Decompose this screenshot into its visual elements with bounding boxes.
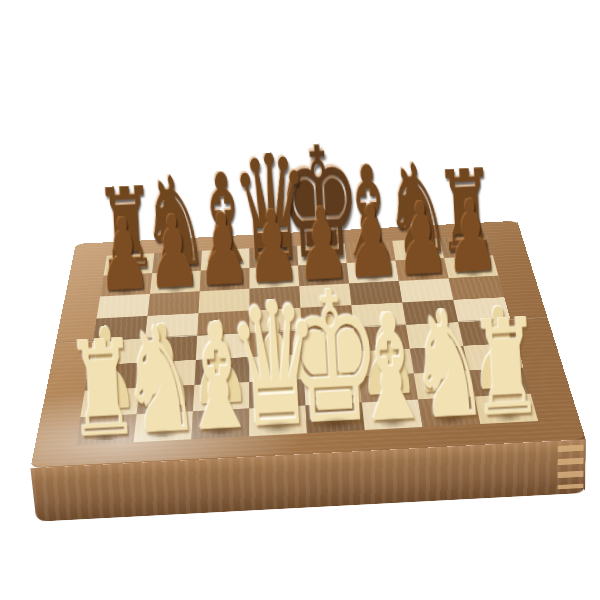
- square-g1: ♞: [418, 397, 480, 427]
- square-b7: ♟: [150, 271, 201, 294]
- dovetail-joint: [558, 445, 584, 490]
- perspective-stage: ♜♞♝♛♚♝♞♜♟♟♟♟♟♟♟♟♟♟♟♟♟♟♟♟♜♞♝♛♚♝♞♜: [0, 0, 600, 600]
- black-pawn-h7: ♟: [442, 196, 499, 276]
- square-a1: ♜: [76, 414, 137, 445]
- black-pawn-g7: ♟: [393, 199, 450, 279]
- black-pawn-b7: ♟: [144, 212, 201, 292]
- scene: ♜♞♝♛♚♝♞♜♟♟♟♟♟♟♟♟♟♟♟♟♟♟♟♟♜♞♝♛♚♝♞♜: [0, 0, 600, 600]
- square-d1: ♛: [249, 405, 307, 436]
- square-h1: ♜: [474, 394, 538, 424]
- board-top-frame: ♜♞♝♛♚♝♞♜♟♟♟♟♟♟♟♟♟♟♟♟♟♟♟♟♜♞♝♛♚♝♞♜: [30, 221, 585, 469]
- square-g7: ♟: [396, 258, 449, 281]
- white-queen-d1: ♛: [225, 296, 324, 434]
- square-a7: ♟: [100, 273, 152, 296]
- camera-tilt: ♜♞♝♛♚♝♞♜♟♟♟♟♟♟♟♟♟♟♟♟♟♟♟♟♜♞♝♛♚♝♞♜: [0, 0, 600, 600]
- square-h7: ♟: [444, 255, 498, 278]
- white-rook-h1: ♜: [468, 315, 544, 422]
- black-pawn-a7: ♟: [95, 214, 152, 294]
- white-rook-a1: ♜: [64, 336, 140, 443]
- board-grid: ♜♞♝♛♚♝♞♜♟♟♟♟♟♟♟♟♟♟♟♟♟♟♟♟♜♞♝♛♚♝♞♜: [76, 236, 538, 445]
- chess-board: ♜♞♝♛♚♝♞♜♟♟♟♟♟♟♟♟♟♟♟♟♟♟♟♟♜♞♝♛♚♝♞♜: [30, 221, 585, 469]
